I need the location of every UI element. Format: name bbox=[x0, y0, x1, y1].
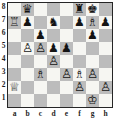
black-pawn: ♟ bbox=[47, 42, 60, 55]
white-pawn: ♙ bbox=[60, 68, 73, 81]
square-g8[interactable]: ♚ bbox=[86, 3, 99, 16]
chess-board: ♛♜♚♖♟♞♟♗♟♟♟♙♙♟♟♙♗♙♗♙♕♙♙♔ bbox=[7, 2, 113, 108]
square-d1[interactable] bbox=[47, 94, 60, 107]
square-c7[interactable] bbox=[34, 16, 47, 29]
black-knight: ♞ bbox=[47, 16, 60, 29]
white-rook: ♖ bbox=[8, 16, 21, 29]
square-f8[interactable]: ♜ bbox=[73, 3, 86, 16]
rank-labels: 87654321 bbox=[0, 2, 7, 106]
file-labels: abcdefgh bbox=[8, 108, 112, 119]
square-f2[interactable]: ♙ bbox=[73, 81, 86, 94]
square-e2[interactable] bbox=[60, 81, 73, 94]
square-b1[interactable] bbox=[21, 94, 34, 107]
square-b3[interactable] bbox=[21, 68, 34, 81]
file-label-d: d bbox=[47, 108, 60, 119]
square-f5[interactable] bbox=[73, 42, 86, 55]
rank-label-6: 6 bbox=[0, 28, 7, 41]
file-label-c: c bbox=[34, 108, 47, 119]
white-queen: ♕ bbox=[8, 81, 21, 94]
white-bishop: ♗ bbox=[73, 68, 86, 81]
white-pawn: ♙ bbox=[99, 81, 112, 94]
square-g2[interactable] bbox=[86, 81, 99, 94]
square-h8[interactable] bbox=[99, 3, 112, 16]
square-b4[interactable] bbox=[21, 55, 34, 68]
square-a6[interactable] bbox=[8, 29, 21, 42]
file-label-b: b bbox=[21, 108, 34, 119]
square-h6[interactable] bbox=[99, 29, 112, 42]
square-a5[interactable] bbox=[8, 42, 21, 55]
square-c3[interactable]: ♗ bbox=[34, 68, 47, 81]
square-f6[interactable] bbox=[73, 29, 86, 42]
rank-label-5: 5 bbox=[0, 41, 7, 54]
square-d8[interactable] bbox=[47, 3, 60, 16]
square-a2[interactable]: ♕ bbox=[8, 81, 21, 94]
white-pawn: ♙ bbox=[73, 81, 86, 94]
square-a7[interactable]: ♖ bbox=[8, 16, 21, 29]
square-b5[interactable]: ♙ bbox=[21, 42, 34, 55]
rank-label-7: 7 bbox=[0, 15, 7, 28]
square-h3[interactable] bbox=[99, 68, 112, 81]
chess-diagram: 87654321 ♛♜♚♖♟♞♟♗♟♟♟♙♙♟♟♙♗♙♗♙♕♙♙♔ abcdef… bbox=[0, 0, 118, 119]
square-e5[interactable]: ♟ bbox=[60, 42, 73, 55]
square-e1[interactable] bbox=[60, 94, 73, 107]
black-pawn: ♟ bbox=[86, 29, 99, 42]
black-pawn: ♟ bbox=[60, 42, 73, 55]
square-a8[interactable] bbox=[8, 3, 21, 16]
square-g5[interactable] bbox=[86, 42, 99, 55]
white-pawn: ♙ bbox=[47, 55, 60, 68]
square-d6[interactable] bbox=[47, 29, 60, 42]
square-c6[interactable]: ♟ bbox=[34, 29, 47, 42]
square-b8[interactable]: ♛ bbox=[21, 3, 34, 16]
square-e6[interactable] bbox=[60, 29, 73, 42]
black-pawn: ♟ bbox=[99, 16, 112, 29]
square-d3[interactable] bbox=[47, 68, 60, 81]
square-g4[interactable] bbox=[86, 55, 99, 68]
rank-label-3: 3 bbox=[0, 67, 7, 80]
square-h5[interactable] bbox=[99, 42, 112, 55]
square-c5[interactable]: ♙ bbox=[34, 42, 47, 55]
square-d5[interactable]: ♟ bbox=[47, 42, 60, 55]
square-e7[interactable] bbox=[60, 16, 73, 29]
white-pawn: ♙ bbox=[34, 42, 47, 55]
white-king: ♔ bbox=[86, 94, 99, 107]
square-b7[interactable]: ♟ bbox=[21, 16, 34, 29]
square-d7[interactable]: ♞ bbox=[47, 16, 60, 29]
square-f1[interactable] bbox=[73, 94, 86, 107]
square-f4[interactable] bbox=[73, 55, 86, 68]
square-a3[interactable] bbox=[8, 68, 21, 81]
square-h7[interactable]: ♟ bbox=[99, 16, 112, 29]
rank-label-8: 8 bbox=[0, 2, 7, 15]
square-e4[interactable] bbox=[60, 55, 73, 68]
square-g1[interactable]: ♔ bbox=[86, 94, 99, 107]
square-g7[interactable]: ♗ bbox=[86, 16, 99, 29]
black-rook: ♜ bbox=[73, 3, 86, 16]
black-pawn: ♟ bbox=[34, 29, 47, 42]
square-c4[interactable] bbox=[34, 55, 47, 68]
rank-label-2: 2 bbox=[0, 80, 7, 93]
square-c1[interactable] bbox=[34, 94, 47, 107]
square-f3[interactable]: ♗ bbox=[73, 68, 86, 81]
square-b6[interactable] bbox=[21, 29, 34, 42]
rank-label-4: 4 bbox=[0, 54, 7, 67]
file-label-f: f bbox=[73, 108, 86, 119]
rank-label-1: 1 bbox=[0, 93, 7, 106]
white-pawn: ♙ bbox=[86, 68, 99, 81]
square-d2[interactable] bbox=[47, 81, 60, 94]
file-label-g: g bbox=[86, 108, 99, 119]
file-label-e: e bbox=[60, 108, 73, 119]
square-g6[interactable]: ♟ bbox=[86, 29, 99, 42]
square-e3[interactable]: ♙ bbox=[60, 68, 73, 81]
black-pawn: ♟ bbox=[73, 16, 86, 29]
square-c8[interactable] bbox=[34, 3, 47, 16]
file-label-a: a bbox=[8, 108, 21, 119]
square-h1[interactable] bbox=[99, 94, 112, 107]
black-pawn: ♟ bbox=[21, 16, 34, 29]
square-c2[interactable] bbox=[34, 81, 47, 94]
board-with-rank-labels: 87654321 ♛♜♚♖♟♞♟♗♟♟♟♙♙♟♟♙♗♙♗♙♕♙♙♔ bbox=[0, 2, 118, 108]
square-a4[interactable] bbox=[8, 55, 21, 68]
white-pawn: ♙ bbox=[21, 42, 34, 55]
black-king: ♚ bbox=[86, 3, 99, 16]
square-b2[interactable] bbox=[21, 81, 34, 94]
square-e8[interactable] bbox=[60, 3, 73, 16]
file-label-h: h bbox=[99, 108, 112, 119]
square-f7[interactable]: ♟ bbox=[73, 16, 86, 29]
square-h2[interactable]: ♙ bbox=[99, 81, 112, 94]
square-g3[interactable]: ♙ bbox=[86, 68, 99, 81]
square-h4[interactable] bbox=[99, 55, 112, 68]
white-bishop: ♗ bbox=[34, 68, 47, 81]
square-d4[interactable]: ♙ bbox=[47, 55, 60, 68]
white-bishop: ♗ bbox=[86, 16, 99, 29]
square-a1[interactable] bbox=[8, 94, 21, 107]
black-queen: ♛ bbox=[21, 3, 34, 16]
